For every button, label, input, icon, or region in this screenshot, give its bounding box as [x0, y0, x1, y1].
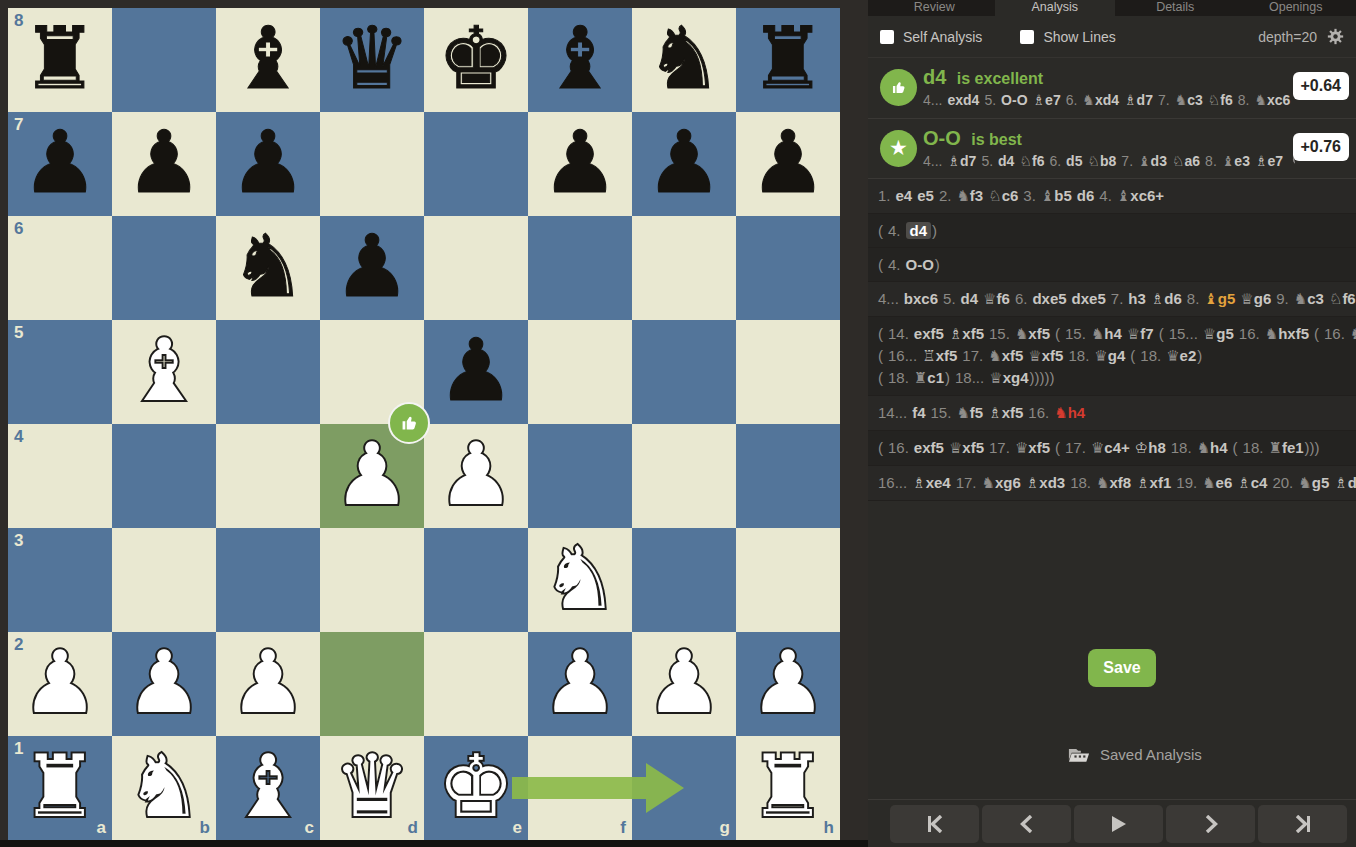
- square-c6[interactable]: ♞: [216, 216, 320, 320]
- move-Bxe4[interactable]: ♗xe4: [912, 474, 950, 491]
- figurine-black: ♗: [1255, 153, 1268, 169]
- figurine-black: ♗: [912, 474, 925, 492]
- figurine-black: ♗: [949, 325, 962, 343]
- square-g1[interactable]: g: [632, 736, 736, 840]
- figurine-white: ♞: [1096, 474, 1109, 492]
- move-d5[interactable]: d5: [1066, 153, 1082, 169]
- figurine-black: ♗: [1151, 290, 1164, 308]
- move-Qxf5[interactable]: ♛xf5: [1015, 439, 1050, 456]
- square-f1[interactable]: f: [528, 736, 632, 840]
- move-exf5[interactable]: exf5: [914, 439, 944, 456]
- figurine-white: ♞: [1091, 325, 1104, 343]
- figurine-black: ♘: [1087, 153, 1100, 169]
- next-move-button[interactable]: [1166, 805, 1255, 843]
- move-number: (: [878, 222, 883, 239]
- suggestion-row-best[interactable]: ★ O-O is best 4...♗d75.d4♘f66.d5♘b87.♝d3…: [868, 118, 1356, 178]
- piece-black-bishop-c8: ♝: [216, 8, 320, 112]
- square-c7[interactable]: ♟: [216, 112, 320, 216]
- move-Be3[interactable]: ♝e3: [1222, 153, 1250, 169]
- figurine-black: ♗: [988, 404, 1001, 422]
- square-f7[interactable]: ♟: [528, 112, 632, 216]
- move-d4[interactable]: d4: [906, 222, 932, 239]
- thumbs-up-icon: [880, 69, 917, 106]
- square-c2[interactable]: ♟: [216, 632, 320, 736]
- square-b4[interactable]: [112, 424, 216, 528]
- figurine-white: ♛: [1091, 439, 1104, 457]
- square-f5[interactable]: [528, 320, 632, 424]
- move-Nc3[interactable]: ♞c3: [1294, 290, 1324, 307]
- move-number: 7.: [1111, 290, 1124, 307]
- move-Ngxf5[interactable]: ♞gxf5: [1350, 325, 1356, 342]
- square-b1[interactable]: b♞: [112, 736, 216, 840]
- piece-black-pawn-g7: ♟: [632, 112, 736, 216]
- move-Ne6[interactable]: ♞e6: [1202, 474, 1232, 491]
- square-b8[interactable]: [112, 8, 216, 112]
- suggestion-row-excellent[interactable]: d4 is excellent 4...exd45.O-O♗e76.♞xd4♗d…: [868, 58, 1356, 118]
- square-f6[interactable]: [528, 216, 632, 320]
- figurine-black: ♘: [988, 187, 1001, 205]
- figurine-black: ♗: [1033, 92, 1046, 108]
- square-d1[interactable]: d♛: [320, 736, 424, 840]
- move-Nf6[interactable]: ♘f6: [1019, 153, 1044, 169]
- tab-bar: Review Analysis Details Openings: [868, 0, 1356, 16]
- move-number: 18...: [955, 369, 984, 386]
- figurine-white: ♞: [988, 347, 1001, 365]
- square-c8[interactable]: ♝: [216, 8, 320, 112]
- piece-black-pawn-e5: ♟: [424, 320, 528, 424]
- file-label-d: d: [408, 818, 418, 838]
- piece-white-pawn-b2: ♟: [112, 632, 216, 736]
- move-number: 18.: [1140, 347, 1161, 364]
- square-a8[interactable]: 8♜: [8, 8, 112, 112]
- move-number: (: [878, 347, 883, 364]
- mainline-row-3: 4...bxc65.d4♕f66.dxe5dxe57.h3♗d68.♝g5♕g6…: [868, 282, 1356, 317]
- self-analysis-checkbox[interactable]: [880, 30, 894, 44]
- square-h5[interactable]: [736, 320, 840, 424]
- move-d4[interactable]: d4: [998, 153, 1014, 169]
- eval-badge: +0.76: [1293, 133, 1349, 161]
- square-d7[interactable]: [320, 112, 424, 216]
- move-Qf7[interactable]: ♕f7: [1127, 325, 1154, 342]
- board-bottom-edge: [0, 840, 868, 847]
- move-Rc1[interactable]: ♜c1: [914, 369, 944, 386]
- suggestion-title: O-O is best: [923, 127, 1344, 150]
- figurine-black: ♕: [949, 439, 962, 457]
- square-g8[interactable]: ♞: [632, 8, 736, 112]
- excellent-move-badge: [388, 402, 430, 444]
- figurine-white: ♞: [982, 474, 995, 492]
- move-number: 18.: [1068, 347, 1089, 364]
- move-Bxf5[interactable]: ♗xf5: [988, 404, 1023, 421]
- square-c5[interactable]: [216, 320, 320, 424]
- figurine-white: ♞: [1082, 92, 1095, 108]
- figurine-white: ♞: [1265, 325, 1278, 343]
- move-number: (: [1159, 325, 1164, 342]
- move-number: 16.: [1324, 325, 1345, 342]
- square-g6[interactable]: [632, 216, 736, 320]
- figurine-white: ♝: [1222, 153, 1235, 169]
- move-Nhxf5[interactable]: ♞hxf5: [1265, 325, 1309, 342]
- move-O-O[interactable]: O-O: [906, 256, 934, 273]
- square-h8[interactable]: ♜: [736, 8, 840, 112]
- piece-black-pawn-a7: ♟: [8, 112, 112, 216]
- move-number: 5.: [981, 153, 993, 169]
- piece-white-pawn-g2: ♟: [632, 632, 736, 736]
- move-Nf3[interactable]: ♞f3: [956, 187, 983, 204]
- move-number: (: [1055, 325, 1060, 342]
- move-number: 4.: [888, 222, 901, 239]
- move-number: 20.: [1272, 474, 1293, 491]
- move-number: 16.: [888, 439, 909, 456]
- move-number: 4...: [923, 92, 942, 108]
- figurine-black: ♔: [1135, 439, 1148, 457]
- square-g5[interactable]: [632, 320, 736, 424]
- suggestion-title: d4 is excellent: [923, 66, 1344, 89]
- square-b3[interactable]: [112, 528, 216, 632]
- move-Qxf5[interactable]: ♕xf5: [1028, 347, 1063, 364]
- move-Nf6[interactable]: ♘f6: [1329, 290, 1356, 307]
- close-paren: ): [935, 256, 940, 273]
- figurine-white: ♞: [1015, 325, 1028, 343]
- move-Rxf5[interactable]: ♖xf5: [922, 347, 957, 364]
- move-Na6[interactable]: ♘a6: [1172, 153, 1200, 169]
- engine-line-preview[interactable]: 4...♗d75.d4♘f66.d5♘b87.♝d3♘a68.♝e3♗e7: [923, 153, 1295, 171]
- move-Qc4+[interactable]: ♛c4+: [1091, 439, 1130, 456]
- figurine-white: ♞: [1254, 92, 1267, 108]
- square-a7[interactable]: 7♟: [8, 112, 112, 216]
- square-a2[interactable]: 2♟: [8, 632, 112, 736]
- move-h3[interactable]: h3: [1128, 290, 1146, 307]
- square-e5[interactable]: ♟: [424, 320, 528, 424]
- move-Bxc6+[interactable]: ♝xc6+: [1117, 187, 1164, 204]
- rank-label-8: 8: [14, 11, 23, 31]
- square-e7[interactable]: [424, 112, 528, 216]
- rank-label-2: 2: [14, 635, 23, 655]
- square-f8[interactable]: ♝: [528, 8, 632, 112]
- square-b2[interactable]: ♟: [112, 632, 216, 736]
- piece-black-pawn-f7: ♟: [528, 112, 632, 216]
- move-Bg5[interactable]: ♝g5: [1204, 290, 1235, 307]
- eval-badge: +0.64: [1293, 72, 1349, 100]
- move-e4[interactable]: e4: [896, 187, 913, 204]
- square-g4[interactable]: [632, 424, 736, 528]
- square-h3[interactable]: [736, 528, 840, 632]
- move-number: 15...: [1169, 325, 1198, 342]
- rank-label-3: 3: [14, 531, 23, 551]
- move-d6[interactable]: d6: [1077, 187, 1095, 204]
- move-number: (: [1314, 325, 1319, 342]
- rank-label-4: 4: [14, 427, 23, 447]
- move-number: (: [878, 369, 883, 386]
- close-paren: ): [945, 369, 950, 386]
- square-e3[interactable]: [424, 528, 528, 632]
- square-b6[interactable]: [112, 216, 216, 320]
- file-label-e: e: [513, 818, 522, 838]
- move-f4[interactable]: f4: [912, 404, 925, 421]
- move-number: 15.: [1065, 325, 1086, 342]
- square-a6[interactable]: 6: [8, 216, 112, 320]
- square-a5[interactable]: 5: [8, 320, 112, 424]
- piece-black-queen-d8: ♛: [320, 8, 424, 112]
- move-number: 18.: [888, 369, 909, 386]
- move-Bd7[interactable]: ♗d7: [947, 153, 976, 169]
- move-Nxg6[interactable]: ♞xg6: [982, 474, 1021, 491]
- figurine-black: ♖: [922, 347, 935, 365]
- piece-black-rook-a8: ♜: [8, 8, 112, 112]
- figurine-white: ♛: [1166, 347, 1179, 365]
- move-Qxf5[interactable]: ♕xf5: [949, 439, 984, 456]
- move-number: 18.: [1243, 439, 1264, 456]
- thumbs-up-icon: [398, 412, 420, 434]
- show-lines-checkbox[interactable]: [1020, 30, 1034, 44]
- move-Bxf1[interactable]: ♗xf1: [1136, 474, 1171, 491]
- move-number: 17.: [956, 474, 977, 491]
- figurine-black: ♗: [1334, 474, 1347, 492]
- move-Qxg4[interactable]: ♕xg4: [989, 369, 1028, 386]
- settings-gear-icon[interactable]: [1327, 28, 1344, 45]
- go-to-end-button[interactable]: [1258, 805, 1347, 843]
- move-number: (: [1130, 347, 1135, 364]
- move-Nxf5[interactable]: ♞xf5: [988, 347, 1023, 364]
- move-number: (: [878, 439, 883, 456]
- variation-row-2: (4.O-O): [868, 248, 1356, 282]
- best-move-star-icon: ★: [880, 130, 917, 167]
- piece-black-king-e8: ♚: [424, 8, 528, 112]
- move-number: 5.: [943, 290, 956, 307]
- move-dxe5[interactable]: dxe5: [1032, 290, 1066, 307]
- file-label-b: b: [200, 818, 210, 838]
- piece-black-knight-c6: ♞: [216, 216, 320, 320]
- square-a3[interactable]: 3: [8, 528, 112, 632]
- close-paren: ): [932, 222, 937, 239]
- square-h6[interactable]: [736, 216, 840, 320]
- move-Bd7[interactable]: ♗d7: [1124, 92, 1153, 108]
- move-number: 18.: [1070, 474, 1091, 491]
- move-number: 6.: [1049, 153, 1061, 169]
- rank-label-6: 6: [14, 219, 23, 239]
- piece-black-pawn-c7: ♟: [216, 112, 320, 216]
- piece-black-pawn-b7: ♟: [112, 112, 216, 216]
- figurine-white: ♝: [1138, 153, 1151, 169]
- rank-label-1: 1: [14, 739, 23, 759]
- figurine-black: ♗: [1237, 474, 1250, 492]
- move-number: 18.: [1171, 439, 1192, 456]
- move-d4[interactable]: d4: [961, 290, 979, 307]
- file-label-f: f: [620, 818, 626, 838]
- figurine-black: ♗: [1026, 474, 1039, 492]
- tab-details[interactable]: Details: [1115, 0, 1236, 16]
- figurine-white: ♞: [1350, 325, 1356, 343]
- move-Qf6[interactable]: ♕f6: [983, 290, 1010, 307]
- move-number: 16...: [878, 474, 907, 491]
- move-number: 1.: [878, 187, 891, 204]
- suggestion-verdict: is best: [971, 131, 1022, 148]
- square-e4[interactable]: ♟: [424, 424, 528, 528]
- move-bxc6[interactable]: bxc6: [904, 290, 938, 307]
- figurine-white: ♞: [1054, 404, 1067, 422]
- move-Nh4[interactable]: ♞h4: [1054, 404, 1085, 421]
- square-g3[interactable]: [632, 528, 736, 632]
- figurine-white: ♝: [1041, 187, 1054, 205]
- square-d2[interactable]: [320, 632, 424, 736]
- save-button[interactable]: Save: [1088, 649, 1156, 687]
- move-number: 17.: [989, 439, 1010, 456]
- move-exf5[interactable]: exf5: [914, 325, 944, 342]
- move-O-O[interactable]: O-O: [1001, 92, 1027, 108]
- square-a1[interactable]: 1a♜: [8, 736, 112, 840]
- figurine-white: ♝: [1204, 290, 1217, 308]
- square-g2[interactable]: ♟: [632, 632, 736, 736]
- file-label-a: a: [97, 818, 106, 838]
- move-number: 9.: [1276, 290, 1289, 307]
- move-number: 14.: [888, 325, 909, 342]
- piece-black-pawn-h7: ♟: [736, 112, 840, 216]
- move-number: 8.: [1205, 153, 1217, 169]
- piece-white-bishop-b5: ♝: [112, 320, 216, 424]
- move-Qe2[interactable]: ♛e2: [1166, 347, 1196, 364]
- move-Nc3[interactable]: ♞c3: [1175, 92, 1203, 108]
- move-dxe5[interactable]: dxe5: [1072, 290, 1106, 307]
- square-a4[interactable]: 4: [8, 424, 112, 528]
- figurine-white: ♛: [1015, 439, 1028, 457]
- square-d8[interactable]: ♛: [320, 8, 424, 112]
- variation-row-6: (16.exf5♕xf517.♛xf5(17.♛c4+♔h818.♞h4(18.…: [868, 431, 1356, 466]
- move-Bxd3[interactable]: ♗xd3: [1026, 474, 1065, 491]
- move-Ng5[interactable]: ♞g5: [1298, 474, 1329, 491]
- move-number: 17.: [1065, 439, 1086, 456]
- move-Nc6[interactable]: ♘c6: [988, 187, 1018, 204]
- piece-white-pawn-h2: ♟: [736, 632, 840, 736]
- move-Nh4[interactable]: ♞h4: [1197, 439, 1228, 456]
- figurine-black: ♗: [1136, 474, 1149, 492]
- square-c1[interactable]: c♝: [216, 736, 320, 840]
- figurine-white: ♞: [1298, 474, 1311, 492]
- move-Bd6[interactable]: ♗d6: [1151, 290, 1182, 307]
- square-b5[interactable]: ♝: [112, 320, 216, 424]
- analysis-panel: Review Analysis Details Openings Self An…: [868, 0, 1356, 847]
- go-to-start-button[interactable]: [890, 805, 979, 843]
- square-h2[interactable]: ♟: [736, 632, 840, 736]
- square-e1[interactable]: e♚: [424, 736, 528, 840]
- square-f4[interactable]: [528, 424, 632, 528]
- show-lines-toggle[interactable]: Show Lines: [1020, 29, 1115, 45]
- piece-black-rook-h8: ♜: [736, 8, 840, 112]
- move-Bc4[interactable]: ♗c4: [1237, 474, 1267, 491]
- square-e2[interactable]: [424, 632, 528, 736]
- suggestion-verdict: is excellent: [957, 70, 1043, 87]
- figurine-white: ♝: [1117, 187, 1130, 205]
- square-g7[interactable]: ♟: [632, 112, 736, 216]
- move-number: 7.: [1121, 153, 1133, 169]
- saved-analysis-link[interactable]: Saved Analysis: [1068, 745, 1202, 764]
- figurine-white: ♜: [914, 369, 927, 387]
- square-c4[interactable]: [216, 424, 320, 528]
- move-Nxd4[interactable]: ♞xd4: [1082, 92, 1119, 108]
- square-c3[interactable]: [216, 528, 320, 632]
- move-Rfe1[interactable]: ♜fe1: [1268, 439, 1303, 456]
- move-Nxf8[interactable]: ♞xf8: [1096, 474, 1131, 491]
- figurine-white: ♞: [1202, 474, 1215, 492]
- saved-analysis-folder-icon: [1068, 745, 1090, 764]
- mainline-row-0: 1.e4e52.♞f3♘c63.♝b5d64.♝xc6+: [868, 179, 1356, 214]
- square-f2[interactable]: ♟: [528, 632, 632, 736]
- move-Nh4[interactable]: ♞h4: [1091, 325, 1122, 342]
- move-Qg5[interactable]: ♕g5: [1203, 325, 1234, 342]
- move-number: 16...: [888, 347, 917, 364]
- square-e8[interactable]: ♚: [424, 8, 528, 112]
- move-number: 3.: [1023, 187, 1036, 204]
- square-d3[interactable]: [320, 528, 424, 632]
- move-Bd3[interactable]: ♝d3: [1138, 153, 1167, 169]
- self-analysis-toggle[interactable]: Self Analysis: [880, 29, 982, 45]
- square-e6[interactable]: [424, 216, 528, 320]
- tab-review[interactable]: Review: [874, 0, 995, 16]
- square-h1[interactable]: h♜: [736, 736, 840, 840]
- tab-analysis[interactable]: Analysis: [995, 0, 1116, 16]
- square-b7[interactable]: ♟: [112, 112, 216, 216]
- move-Bd5[interactable]: ♗d5: [1334, 474, 1356, 491]
- square-h4[interactable]: [736, 424, 840, 528]
- move-number: (: [1233, 439, 1238, 456]
- previous-move-button[interactable]: [982, 805, 1071, 843]
- move-e5[interactable]: e5: [917, 187, 934, 204]
- move-number: 4.: [888, 256, 901, 273]
- move-number: 8.: [1238, 92, 1250, 108]
- move-Qg4[interactable]: ♛g4: [1094, 347, 1125, 364]
- square-d6[interactable]: ♟: [320, 216, 424, 320]
- move-Qg6[interactable]: ♕g6: [1240, 290, 1271, 307]
- piece-white-pawn-f2: ♟: [528, 632, 632, 736]
- suggestion-move: d4: [923, 66, 946, 88]
- move-number: (: [878, 256, 883, 273]
- figurine-black: ♘: [1172, 153, 1185, 169]
- move-Nb8[interactable]: ♘b8: [1087, 153, 1116, 169]
- move-exd4[interactable]: exd4: [947, 92, 979, 108]
- move-Be7[interactable]: ♗e7: [1033, 92, 1061, 108]
- variation-row-1: (4.d4): [868, 214, 1356, 248]
- move-number: 15.: [931, 404, 952, 421]
- move-Be7[interactable]: ♗e7: [1255, 153, 1283, 169]
- move-number: 15.: [989, 325, 1010, 342]
- analysis-controls: Self Analysis Show Lines depth=20: [868, 16, 1356, 58]
- piece-white-knight-f3: ♞: [528, 528, 632, 632]
- figurine-white: ♜: [1268, 439, 1281, 457]
- depth-indicator: depth=20: [1258, 29, 1317, 45]
- tab-openings[interactable]: Openings: [1236, 0, 1356, 16]
- move-Bxf5[interactable]: ♗xf5: [949, 325, 984, 342]
- figurine-black: ♕: [1240, 290, 1253, 308]
- figurine-white: ♞: [1175, 92, 1188, 108]
- move-Nxf5[interactable]: ♞xf5: [1015, 325, 1050, 342]
- show-lines-label: Show Lines: [1043, 29, 1115, 45]
- self-analysis-label: Self Analysis: [903, 29, 982, 45]
- engine-line-preview[interactable]: 4...exd45.O-O♗e76.♞xd4♗d77.♞c3♘f68.♞xc6b…: [923, 92, 1295, 110]
- move-number: 16.: [1239, 325, 1260, 342]
- move-Nxc6[interactable]: ♞xc6: [1254, 92, 1290, 108]
- move-Nf5[interactable]: ♞f5: [956, 404, 983, 421]
- close-paren: ): [1197, 347, 1202, 364]
- saved-analysis-label: Saved Analysis: [1100, 746, 1202, 763]
- file-label-g: g: [720, 818, 730, 838]
- play-button[interactable]: [1074, 805, 1163, 843]
- analysis-screen: 8♜♝♛♚♝♞♜7♟♟♟♟♟♟6♞♟5♝♟4♟♟3♞2♟♟♟♟♟♟1a♜b♞c♝…: [0, 0, 1356, 847]
- move-Kh8[interactable]: ♔h8: [1135, 439, 1166, 456]
- square-h7[interactable]: ♟: [736, 112, 840, 216]
- move-Nf6[interactable]: ♘f6: [1208, 92, 1233, 108]
- move-Bb5[interactable]: ♝b5: [1041, 187, 1072, 204]
- square-f3[interactable]: ♞: [528, 528, 632, 632]
- figurine-black: ♗: [1124, 92, 1137, 108]
